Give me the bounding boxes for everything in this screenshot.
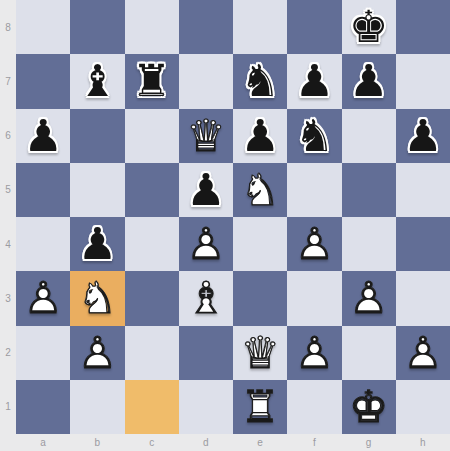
file-label-a: a (16, 434, 70, 451)
rank-label-8: 8 (0, 0, 16, 54)
piece-glyph: ♞ (295, 114, 334, 158)
square-h2[interactable]: ♟♙ (396, 326, 450, 380)
square-f8[interactable] (287, 0, 341, 54)
square-e5[interactable]: ♞♘ (233, 163, 287, 217)
piece-outline: ♙ (70, 326, 124, 380)
piece-glyph: ♟ (23, 114, 62, 158)
rank-label-1: 1 (0, 380, 16, 434)
piece-glyph: ♟ (78, 222, 117, 266)
piece-white-pawn[interactable]: ♟♙ (179, 217, 233, 271)
square-a8[interactable] (16, 0, 70, 54)
square-b1[interactable] (70, 380, 124, 434)
square-f5[interactable] (287, 163, 341, 217)
square-a5[interactable] (16, 163, 70, 217)
square-e1[interactable]: ♜♖ (233, 380, 287, 434)
piece-black-knight[interactable]: ♞ (233, 54, 287, 108)
square-h4[interactable] (396, 217, 450, 271)
file-label-c: c (125, 434, 179, 451)
square-d7[interactable] (179, 54, 233, 108)
square-h1[interactable] (396, 380, 450, 434)
square-g1[interactable]: ♚♔ (342, 380, 396, 434)
piece-white-king[interactable]: ♚♔ (342, 380, 396, 434)
square-b6[interactable] (70, 109, 124, 163)
square-h8[interactable] (396, 0, 450, 54)
piece-black-pawn[interactable]: ♟ (179, 163, 233, 217)
square-b7[interactable]: ♝ (70, 54, 124, 108)
file-label-e: e (233, 434, 287, 451)
file-label-g: g (342, 434, 396, 451)
piece-white-pawn[interactable]: ♟♙ (70, 326, 124, 380)
piece-glyph: ♟ (295, 59, 334, 103)
square-d2[interactable] (179, 326, 233, 380)
square-h6[interactable]: ♟ (396, 109, 450, 163)
square-g5[interactable] (342, 163, 396, 217)
square-f1[interactable] (287, 380, 341, 434)
square-c1[interactable] (125, 380, 179, 434)
rank-label-3: 3 (0, 271, 16, 325)
piece-outline: ♙ (287, 326, 341, 380)
square-c2[interactable] (125, 326, 179, 380)
piece-black-pawn[interactable]: ♟ (342, 54, 396, 108)
square-e7[interactable]: ♞ (233, 54, 287, 108)
file-label-f: f (287, 434, 341, 451)
piece-outline: ♙ (287, 217, 341, 271)
square-d1[interactable] (179, 380, 233, 434)
piece-glyph: ♟ (240, 114, 279, 158)
square-e8[interactable] (233, 0, 287, 54)
square-d8[interactable] (179, 0, 233, 54)
piece-white-rook[interactable]: ♜♖ (233, 380, 287, 434)
square-h7[interactable] (396, 54, 450, 108)
rank-label-5: 5 (0, 163, 16, 217)
piece-outline: ♙ (16, 271, 70, 325)
square-b5[interactable] (70, 163, 124, 217)
piece-outline: ♖ (233, 380, 287, 434)
square-g4[interactable] (342, 217, 396, 271)
file-label-d: d (179, 434, 233, 451)
file-label-b: b (70, 434, 124, 451)
square-g2[interactable] (342, 326, 396, 380)
piece-black-pawn[interactable]: ♟ (396, 109, 450, 163)
piece-black-bishop[interactable]: ♝ (70, 54, 124, 108)
square-f3[interactable] (287, 271, 341, 325)
piece-outline: ♗ (179, 271, 233, 325)
piece-white-pawn[interactable]: ♟♙ (396, 326, 450, 380)
square-e3[interactable] (233, 271, 287, 325)
piece-glyph: ♚ (349, 5, 388, 49)
piece-outline: ♕ (179, 109, 233, 163)
square-a1[interactable] (16, 380, 70, 434)
piece-white-knight[interactable]: ♞♘ (70, 271, 124, 325)
rank-label-6: 6 (0, 109, 16, 163)
square-d6[interactable]: ♛♕ (179, 109, 233, 163)
square-g7[interactable]: ♟ (342, 54, 396, 108)
square-e2[interactable]: ♛♕ (233, 326, 287, 380)
square-f6[interactable]: ♞ (287, 109, 341, 163)
square-g8[interactable]: ♚ (342, 0, 396, 54)
square-a6[interactable]: ♟ (16, 109, 70, 163)
square-f7[interactable]: ♟ (287, 54, 341, 108)
piece-white-bishop[interactable]: ♝♗ (179, 271, 233, 325)
square-b8[interactable] (70, 0, 124, 54)
square-f4[interactable]: ♟♙ (287, 217, 341, 271)
square-g3[interactable]: ♟♙ (342, 271, 396, 325)
piece-white-queen[interactable]: ♛♕ (179, 109, 233, 163)
piece-glyph: ♝ (78, 59, 117, 103)
square-c7[interactable]: ♜ (125, 54, 179, 108)
square-b4[interactable]: ♟ (70, 217, 124, 271)
piece-outline: ♘ (70, 271, 124, 325)
piece-outline: ♘ (233, 163, 287, 217)
chess-app: ♚♝♜♞♟♟♟♛♕♟♞♟♟♞♘♟♟♙♟♙♟♙♞♘♝♗♟♙♟♙♛♕♟♙♟♙♜♖♚♔… (0, 0, 450, 451)
square-a3[interactable]: ♟♙ (16, 271, 70, 325)
rank-label-2: 2 (0, 326, 16, 380)
square-d4[interactable]: ♟♙ (179, 217, 233, 271)
piece-outline: ♙ (396, 326, 450, 380)
piece-black-rook[interactable]: ♜ (125, 54, 179, 108)
piece-outline: ♙ (179, 217, 233, 271)
piece-glyph: ♜ (132, 59, 171, 103)
square-d3[interactable]: ♝♗ (179, 271, 233, 325)
piece-black-pawn[interactable]: ♟ (70, 217, 124, 271)
square-h5[interactable] (396, 163, 450, 217)
chess-board[interactable]: ♚♝♜♞♟♟♟♛♕♟♞♟♟♞♘♟♟♙♟♙♟♙♞♘♝♗♟♙♟♙♛♕♟♙♟♙♜♖♚♔ (16, 0, 450, 434)
piece-white-queen[interactable]: ♛♕ (233, 326, 287, 380)
square-c3[interactable] (125, 271, 179, 325)
piece-outline: ♕ (233, 326, 287, 380)
square-e6[interactable]: ♟ (233, 109, 287, 163)
square-a7[interactable] (16, 54, 70, 108)
square-c5[interactable] (125, 163, 179, 217)
rank-label-4: 4 (0, 217, 16, 271)
piece-black-pawn[interactable]: ♟ (233, 109, 287, 163)
piece-white-pawn[interactable]: ♟♙ (342, 271, 396, 325)
piece-white-knight[interactable]: ♞♘ (233, 163, 287, 217)
square-d5[interactable]: ♟ (179, 163, 233, 217)
square-g6[interactable] (342, 109, 396, 163)
file-label-h: h (396, 434, 450, 451)
rank-label-7: 7 (0, 54, 16, 108)
piece-black-pawn[interactable]: ♟ (287, 54, 341, 108)
square-c8[interactable] (125, 0, 179, 54)
square-a2[interactable] (16, 326, 70, 380)
square-f2[interactable]: ♟♙ (287, 326, 341, 380)
piece-white-pawn[interactable]: ♟♙ (287, 326, 341, 380)
piece-white-pawn[interactable]: ♟♙ (287, 217, 341, 271)
piece-glyph: ♟ (186, 168, 225, 212)
square-b3[interactable]: ♞♘ (70, 271, 124, 325)
square-c4[interactable] (125, 217, 179, 271)
piece-outline: ♔ (342, 380, 396, 434)
piece-black-king[interactable]: ♚ (342, 0, 396, 54)
piece-white-pawn[interactable]: ♟♙ (16, 271, 70, 325)
piece-glyph: ♞ (240, 59, 279, 103)
piece-black-knight[interactable]: ♞ (287, 109, 341, 163)
piece-glyph: ♟ (349, 59, 388, 103)
square-b2[interactable]: ♟♙ (70, 326, 124, 380)
square-e4[interactable] (233, 217, 287, 271)
piece-black-pawn[interactable]: ♟ (16, 109, 70, 163)
square-a4[interactable] (16, 217, 70, 271)
square-c6[interactable] (125, 109, 179, 163)
square-h3[interactable] (396, 271, 450, 325)
piece-glyph: ♟ (403, 114, 442, 158)
piece-outline: ♙ (342, 271, 396, 325)
